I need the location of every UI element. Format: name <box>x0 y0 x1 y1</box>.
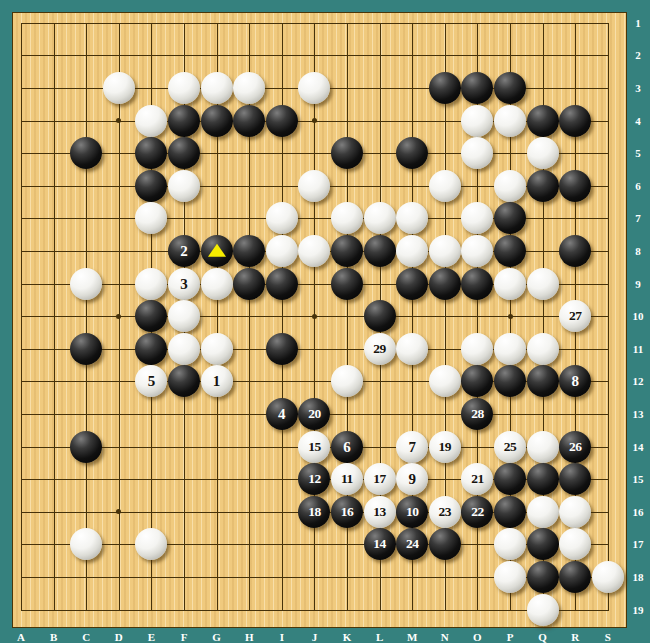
stone-R12[interactable]: 8 <box>559 365 591 397</box>
stone-E17[interactable] <box>135 528 167 560</box>
row-label-6: 6 <box>628 179 648 193</box>
row-label-16: 16 <box>628 505 648 519</box>
stone-S18[interactable] <box>592 561 624 593</box>
stone-L11[interactable]: 29 <box>364 333 396 365</box>
stone-O16[interactable]: 22 <box>461 496 493 528</box>
row-label-2: 2 <box>628 48 648 62</box>
stone-N14[interactable]: 19 <box>429 431 461 463</box>
stone-E12[interactable]: 5 <box>135 365 167 397</box>
stone-F11[interactable] <box>168 333 200 365</box>
stone-K15[interactable]: 11 <box>331 463 363 495</box>
move-number: 4 <box>266 398 298 430</box>
stone-J15[interactable]: 12 <box>298 463 330 495</box>
move-number: 25 <box>494 431 526 463</box>
star-point <box>312 118 317 123</box>
row-label-13: 13 <box>628 407 648 421</box>
stone-Q18[interactable] <box>527 561 559 593</box>
stone-K12[interactable] <box>331 365 363 397</box>
row-label-1: 1 <box>628 16 648 30</box>
stone-I4[interactable] <box>266 105 298 137</box>
stone-F8[interactable]: 2 <box>168 235 200 267</box>
move-number: 11 <box>331 463 363 495</box>
stone-O4[interactable] <box>461 105 493 137</box>
column-label-P: P <box>500 630 520 643</box>
stone-I7[interactable] <box>266 202 298 234</box>
move-number: 20 <box>298 398 330 430</box>
column-label-B: B <box>44 630 64 643</box>
move-number: 14 <box>364 528 396 560</box>
stone-N16[interactable]: 23 <box>429 496 461 528</box>
stone-O5[interactable] <box>461 137 493 169</box>
stone-R4[interactable] <box>559 105 591 137</box>
column-label-L: L <box>370 630 390 643</box>
stone-P11[interactable] <box>494 333 526 365</box>
star-point <box>116 118 121 123</box>
column-label-O: O <box>467 630 487 643</box>
stone-Q14[interactable] <box>527 431 559 463</box>
stone-K8[interactable] <box>331 235 363 267</box>
grid-line-horizontal <box>21 23 609 24</box>
move-number: 22 <box>461 496 493 528</box>
stone-N12[interactable] <box>429 365 461 397</box>
stone-N17[interactable] <box>429 528 461 560</box>
move-number: 29 <box>364 333 396 365</box>
stone-M17[interactable]: 24 <box>396 528 428 560</box>
stone-F6[interactable] <box>168 170 200 202</box>
grid-line-vertical <box>54 23 55 611</box>
stone-D3[interactable] <box>103 72 135 104</box>
stone-J13[interactable]: 20 <box>298 398 330 430</box>
stone-Q17[interactable] <box>527 528 559 560</box>
go-game-view: 2327295184202815671925261211179211816131… <box>0 0 650 643</box>
row-label-14: 14 <box>628 440 648 454</box>
stone-M9[interactable] <box>396 268 428 300</box>
stone-G11[interactable] <box>201 333 233 365</box>
stone-F3[interactable] <box>168 72 200 104</box>
stone-K14[interactable]: 6 <box>331 431 363 463</box>
stone-G12[interactable]: 1 <box>201 365 233 397</box>
stone-Q6[interactable] <box>527 170 559 202</box>
stone-N9[interactable] <box>429 268 461 300</box>
grid-line-vertical <box>608 23 609 611</box>
stone-I8[interactable] <box>266 235 298 267</box>
row-label-4: 4 <box>628 114 648 128</box>
stone-R8[interactable] <box>559 235 591 267</box>
stone-J16[interactable]: 18 <box>298 496 330 528</box>
stone-O9[interactable] <box>461 268 493 300</box>
row-label-7: 7 <box>628 211 648 225</box>
stone-C11[interactable] <box>70 333 102 365</box>
stone-N6[interactable] <box>429 170 461 202</box>
move-number: 12 <box>298 463 330 495</box>
star-point <box>508 314 513 319</box>
stone-N3[interactable] <box>429 72 461 104</box>
stone-L10[interactable] <box>364 300 396 332</box>
stone-G8[interactable] <box>201 235 233 267</box>
column-label-J: J <box>304 630 324 643</box>
stone-J8[interactable] <box>298 235 330 267</box>
stone-Q19[interactable] <box>527 594 559 626</box>
stone-Q15[interactable] <box>527 463 559 495</box>
stone-F4[interactable] <box>168 105 200 137</box>
stone-Q4[interactable] <box>527 105 559 137</box>
row-label-8: 8 <box>628 244 648 258</box>
stone-E7[interactable] <box>135 202 167 234</box>
row-label-17: 17 <box>628 537 648 551</box>
stone-L16[interactable]: 13 <box>364 496 396 528</box>
column-label-I: I <box>272 630 292 643</box>
stone-K9[interactable] <box>331 268 363 300</box>
stone-M11[interactable] <box>396 333 428 365</box>
move-number: 7 <box>396 431 428 463</box>
stone-E9[interactable] <box>135 268 167 300</box>
stone-F10[interactable] <box>168 300 200 332</box>
move-number: 17 <box>364 463 396 495</box>
row-label-18: 18 <box>628 570 648 584</box>
move-number: 26 <box>559 431 591 463</box>
stone-G9[interactable] <box>201 268 233 300</box>
stone-Q9[interactable] <box>527 268 559 300</box>
move-number: 16 <box>331 496 363 528</box>
stone-J6[interactable] <box>298 170 330 202</box>
stone-E10[interactable] <box>135 300 167 332</box>
move-number: 1 <box>201 365 233 397</box>
grid-line-horizontal <box>21 55 609 56</box>
column-label-H: H <box>239 630 259 643</box>
stone-P9[interactable] <box>494 268 526 300</box>
stone-F5[interactable] <box>168 137 200 169</box>
row-label-10: 10 <box>628 309 648 323</box>
move-number: 19 <box>429 431 461 463</box>
stone-Q5[interactable] <box>527 137 559 169</box>
stone-C9[interactable] <box>70 268 102 300</box>
stone-H4[interactable] <box>233 105 265 137</box>
stone-R10[interactable]: 27 <box>559 300 591 332</box>
stone-M15[interactable]: 9 <box>396 463 428 495</box>
row-label-12: 12 <box>628 374 648 388</box>
stone-P14[interactable]: 25 <box>494 431 526 463</box>
move-number: 2 <box>168 235 200 267</box>
move-number: 15 <box>298 431 330 463</box>
stone-R18[interactable] <box>559 561 591 593</box>
stone-L17[interactable]: 14 <box>364 528 396 560</box>
stone-I9[interactable] <box>266 268 298 300</box>
stone-E4[interactable] <box>135 105 167 137</box>
stone-M8[interactable] <box>396 235 428 267</box>
move-number: 23 <box>429 496 461 528</box>
column-label-M: M <box>402 630 422 643</box>
row-label-11: 11 <box>628 342 648 356</box>
stone-R17[interactable] <box>559 528 591 560</box>
move-number: 9 <box>396 463 428 495</box>
stone-I11[interactable] <box>266 333 298 365</box>
stone-P8[interactable] <box>494 235 526 267</box>
stone-Q16[interactable] <box>527 496 559 528</box>
move-number: 5 <box>135 365 167 397</box>
move-number: 3 <box>168 268 200 300</box>
stone-R14[interactable]: 26 <box>559 431 591 463</box>
column-label-D: D <box>109 630 129 643</box>
grid-line-vertical <box>21 23 22 611</box>
stone-P6[interactable] <box>494 170 526 202</box>
stone-P17[interactable] <box>494 528 526 560</box>
move-number: 28 <box>461 398 493 430</box>
column-label-R: R <box>565 630 585 643</box>
column-label-Q: Q <box>533 630 553 643</box>
stone-N8[interactable] <box>429 235 461 267</box>
move-number: 18 <box>298 496 330 528</box>
stone-K16[interactable]: 16 <box>331 496 363 528</box>
stone-C5[interactable] <box>70 137 102 169</box>
stone-O3[interactable] <box>461 72 493 104</box>
stone-E5[interactable] <box>135 137 167 169</box>
row-label-15: 15 <box>628 472 648 486</box>
stone-G4[interactable] <box>201 105 233 137</box>
stone-C17[interactable] <box>70 528 102 560</box>
grid-line-horizontal <box>21 153 609 154</box>
move-number: 21 <box>461 463 493 495</box>
stone-K5[interactable] <box>331 137 363 169</box>
stone-M16[interactable]: 10 <box>396 496 428 528</box>
row-label-3: 3 <box>628 81 648 95</box>
stone-M14[interactable]: 7 <box>396 431 428 463</box>
stone-O13[interactable]: 28 <box>461 398 493 430</box>
stone-R6[interactable] <box>559 170 591 202</box>
go-board[interactable]: 2327295184202815671925261211179211816131… <box>12 12 627 628</box>
stone-O7[interactable] <box>461 202 493 234</box>
stone-E11[interactable] <box>135 333 167 365</box>
stone-H9[interactable] <box>233 268 265 300</box>
column-label-E: E <box>141 630 161 643</box>
stone-M7[interactable] <box>396 202 428 234</box>
column-label-F: F <box>174 630 194 643</box>
move-number: 27 <box>559 300 591 332</box>
stone-J3[interactable] <box>298 72 330 104</box>
stone-O15[interactable]: 21 <box>461 463 493 495</box>
stone-H3[interactable] <box>233 72 265 104</box>
triangle-marker <box>208 244 226 257</box>
row-label-19: 19 <box>628 603 648 617</box>
stone-G3[interactable] <box>201 72 233 104</box>
stone-K7[interactable] <box>331 202 363 234</box>
stone-Q12[interactable] <box>527 365 559 397</box>
move-number: 6 <box>331 431 363 463</box>
column-label-N: N <box>435 630 455 643</box>
stone-L8[interactable] <box>364 235 396 267</box>
star-point <box>116 314 121 319</box>
stone-P15[interactable] <box>494 463 526 495</box>
column-label-G: G <box>207 630 227 643</box>
stone-O11[interactable] <box>461 333 493 365</box>
column-label-A: A <box>11 630 31 643</box>
move-number: 8 <box>559 365 591 397</box>
stone-C14[interactable] <box>70 431 102 463</box>
stone-L15[interactable]: 17 <box>364 463 396 495</box>
column-label-C: C <box>76 630 96 643</box>
move-number: 10 <box>396 496 428 528</box>
star-point <box>116 509 121 514</box>
stone-O12[interactable] <box>461 365 493 397</box>
stone-P7[interactable] <box>494 202 526 234</box>
stone-R15[interactable] <box>559 463 591 495</box>
grid-line-horizontal <box>21 610 609 611</box>
stone-H8[interactable] <box>233 235 265 267</box>
stone-R16[interactable] <box>559 496 591 528</box>
stone-P3[interactable] <box>494 72 526 104</box>
row-label-5: 5 <box>628 146 648 160</box>
column-label-K: K <box>337 630 357 643</box>
stone-I13[interactable]: 4 <box>266 398 298 430</box>
move-number: 24 <box>396 528 428 560</box>
grid-line-vertical <box>86 23 87 611</box>
stone-P4[interactable] <box>494 105 526 137</box>
stone-P16[interactable] <box>494 496 526 528</box>
stone-P18[interactable] <box>494 561 526 593</box>
row-label-9: 9 <box>628 277 648 291</box>
stone-E6[interactable] <box>135 170 167 202</box>
move-number: 13 <box>364 496 396 528</box>
stone-F9[interactable]: 3 <box>168 268 200 300</box>
stone-Q11[interactable] <box>527 333 559 365</box>
stone-J14[interactable]: 15 <box>298 431 330 463</box>
stone-L7[interactable] <box>364 202 396 234</box>
stone-P12[interactable] <box>494 365 526 397</box>
star-point <box>312 314 317 319</box>
column-label-S: S <box>598 630 618 643</box>
stone-F12[interactable] <box>168 365 200 397</box>
stone-M5[interactable] <box>396 137 428 169</box>
stone-O8[interactable] <box>461 235 493 267</box>
